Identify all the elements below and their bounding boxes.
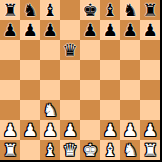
white-pawn[interactable]: ♟ <box>22 120 37 140</box>
square-d2[interactable]: ♟ <box>60 120 80 140</box>
square-g2[interactable]: ♟ <box>120 120 140 140</box>
square-c1[interactable]: ♝ <box>40 140 60 160</box>
square-f3[interactable] <box>100 100 120 120</box>
square-b7[interactable]: ♟ <box>20 20 40 40</box>
square-h1[interactable]: ♜ <box>140 140 160 160</box>
square-g4[interactable] <box>120 80 140 100</box>
black-queen[interactable]: ♛ <box>62 40 77 60</box>
black-rook[interactable]: ♜ <box>2 0 17 20</box>
square-d7[interactable] <box>60 20 80 40</box>
square-d5[interactable] <box>60 60 80 80</box>
board-frame: ♜♞♝♚♝♞♜♟♟♟♟♟♟♟♛♞♟♟♟♟♟♟♟♜♝♛♚♝♞♜ <box>0 0 162 162</box>
square-e7[interactable]: ♟ <box>80 20 100 40</box>
square-h3[interactable] <box>140 100 160 120</box>
square-c4[interactable] <box>40 80 60 100</box>
square-g5[interactable] <box>120 60 140 80</box>
square-d8[interactable] <box>60 0 80 20</box>
square-d3[interactable] <box>60 100 80 120</box>
square-g3[interactable] <box>120 100 140 120</box>
white-pawn[interactable]: ♟ <box>142 120 157 140</box>
square-f4[interactable] <box>100 80 120 100</box>
square-e5[interactable] <box>80 60 100 80</box>
white-pawn[interactable]: ♟ <box>2 120 17 140</box>
black-bishop[interactable]: ♝ <box>102 0 117 20</box>
black-pawn[interactable]: ♟ <box>82 20 97 40</box>
square-b2[interactable]: ♟ <box>20 120 40 140</box>
white-rook[interactable]: ♜ <box>142 140 157 160</box>
square-h2[interactable]: ♟ <box>140 120 160 140</box>
white-king[interactable]: ♚ <box>82 140 97 160</box>
square-g1[interactable]: ♞ <box>120 140 140 160</box>
square-h4[interactable] <box>140 80 160 100</box>
square-b4[interactable] <box>20 80 40 100</box>
square-a4[interactable] <box>0 80 20 100</box>
square-a5[interactable] <box>0 60 20 80</box>
square-h7[interactable]: ♟ <box>140 20 160 40</box>
square-a7[interactable]: ♟ <box>0 20 20 40</box>
black-pawn[interactable]: ♟ <box>2 20 17 40</box>
square-b1[interactable] <box>20 140 40 160</box>
square-f7[interactable]: ♟ <box>100 20 120 40</box>
white-pawn[interactable]: ♟ <box>122 120 137 140</box>
black-knight[interactable]: ♞ <box>22 0 37 20</box>
white-pawn[interactable]: ♟ <box>102 120 117 140</box>
white-bishop[interactable]: ♝ <box>102 140 117 160</box>
square-h8[interactable]: ♜ <box>140 0 160 20</box>
black-pawn[interactable]: ♟ <box>102 20 117 40</box>
square-d6[interactable]: ♛ <box>60 40 80 60</box>
square-c2[interactable]: ♟ <box>40 120 60 140</box>
black-pawn[interactable]: ♟ <box>122 20 137 40</box>
square-b5[interactable] <box>20 60 40 80</box>
black-pawn[interactable]: ♟ <box>22 20 37 40</box>
white-knight[interactable]: ♞ <box>42 100 57 120</box>
chess-board: ♜♞♝♚♝♞♜♟♟♟♟♟♟♟♛♞♟♟♟♟♟♟♟♜♝♛♚♝♞♜ <box>0 0 160 160</box>
square-f1[interactable]: ♝ <box>100 140 120 160</box>
square-a1[interactable]: ♜ <box>0 140 20 160</box>
square-g6[interactable] <box>120 40 140 60</box>
square-a8[interactable]: ♜ <box>0 0 20 20</box>
square-a6[interactable] <box>0 40 20 60</box>
square-c5[interactable] <box>40 60 60 80</box>
square-e6[interactable] <box>80 40 100 60</box>
square-a3[interactable] <box>0 100 20 120</box>
square-b6[interactable] <box>20 40 40 60</box>
black-pawn[interactable]: ♟ <box>142 20 157 40</box>
black-king[interactable]: ♚ <box>82 0 97 20</box>
white-queen[interactable]: ♛ <box>62 140 77 160</box>
square-h5[interactable] <box>140 60 160 80</box>
black-bishop[interactable]: ♝ <box>42 0 57 20</box>
white-rook[interactable]: ♜ <box>2 140 17 160</box>
square-d1[interactable]: ♛ <box>60 140 80 160</box>
white-bishop[interactable]: ♝ <box>42 140 57 160</box>
square-f8[interactable]: ♝ <box>100 0 120 20</box>
square-e1[interactable]: ♚ <box>80 140 100 160</box>
white-pawn[interactable]: ♟ <box>42 120 57 140</box>
white-knight[interactable]: ♞ <box>122 140 137 160</box>
square-g7[interactable]: ♟ <box>120 20 140 40</box>
white-pawn[interactable]: ♟ <box>62 120 77 140</box>
square-a2[interactable]: ♟ <box>0 120 20 140</box>
square-f5[interactable] <box>100 60 120 80</box>
square-d4[interactable] <box>60 80 80 100</box>
black-knight[interactable]: ♞ <box>122 0 137 20</box>
square-b3[interactable] <box>20 100 40 120</box>
square-c7[interactable]: ♟ <box>40 20 60 40</box>
square-c8[interactable]: ♝ <box>40 0 60 20</box>
square-e8[interactable]: ♚ <box>80 0 100 20</box>
square-e3[interactable] <box>80 100 100 120</box>
square-e4[interactable] <box>80 80 100 100</box>
square-b8[interactable]: ♞ <box>20 0 40 20</box>
square-h6[interactable] <box>140 40 160 60</box>
black-rook[interactable]: ♜ <box>142 0 157 20</box>
square-c6[interactable] <box>40 40 60 60</box>
square-c3[interactable]: ♞ <box>40 100 60 120</box>
square-e2[interactable] <box>80 120 100 140</box>
square-g8[interactable]: ♞ <box>120 0 140 20</box>
square-f2[interactable]: ♟ <box>100 120 120 140</box>
black-pawn[interactable]: ♟ <box>42 20 57 40</box>
square-f6[interactable] <box>100 40 120 60</box>
